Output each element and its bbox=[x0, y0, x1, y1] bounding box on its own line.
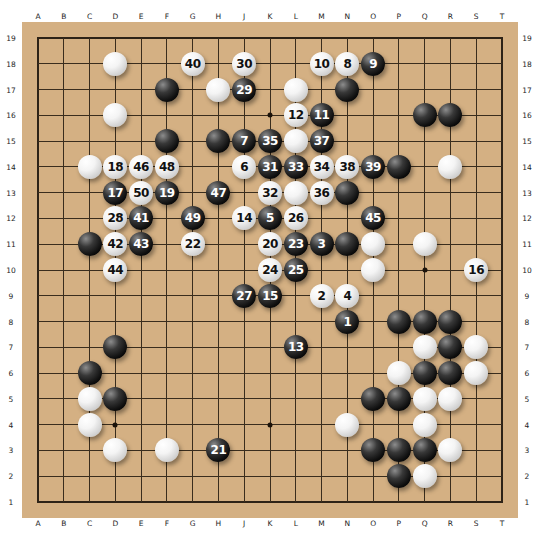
stone-move-number: 29 bbox=[236, 84, 252, 96]
star-point-D4 bbox=[113, 422, 118, 427]
row-label-right-15: 15 bbox=[522, 137, 532, 146]
row-label-left-9: 9 bbox=[9, 291, 14, 300]
star-point-K16 bbox=[268, 113, 273, 118]
grid-line-vertical bbox=[398, 38, 399, 502]
stone-G12[interactable]: 49 bbox=[181, 206, 205, 230]
stone-move-number: 33 bbox=[288, 161, 304, 173]
go-board[interactable]: 4030108929121173537184648631333438391750… bbox=[22, 22, 518, 518]
stone-move-number: 45 bbox=[365, 212, 381, 224]
stone-move-number: 32 bbox=[262, 187, 278, 199]
row-label-right-8: 8 bbox=[525, 317, 530, 326]
stone-O5[interactable] bbox=[361, 387, 385, 411]
row-label-right-7: 7 bbox=[525, 343, 530, 352]
col-label-bottom-Q: Q bbox=[422, 519, 428, 528]
stone-D10[interactable]: 44 bbox=[103, 258, 127, 282]
stone-R6[interactable] bbox=[438, 361, 462, 385]
stone-Q5[interactable] bbox=[413, 387, 437, 411]
stone-R3[interactable] bbox=[438, 438, 462, 462]
row-label-left-1: 1 bbox=[9, 498, 14, 507]
stone-N13[interactable] bbox=[335, 181, 359, 205]
stone-D11[interactable]: 42 bbox=[103, 232, 127, 256]
stone-M13[interactable]: 36 bbox=[310, 181, 334, 205]
stone-move-number: 22 bbox=[185, 238, 201, 250]
stone-D3[interactable] bbox=[103, 438, 127, 462]
row-label-left-2: 2 bbox=[9, 472, 14, 481]
row-label-left-18: 18 bbox=[6, 59, 16, 68]
row-label-left-5: 5 bbox=[9, 394, 14, 403]
stone-H13[interactable]: 47 bbox=[206, 181, 230, 205]
stone-R14[interactable] bbox=[438, 155, 462, 179]
row-label-left-16: 16 bbox=[6, 111, 16, 120]
stone-P2[interactable] bbox=[387, 464, 411, 488]
stone-O12[interactable]: 45 bbox=[361, 206, 385, 230]
stone-E14[interactable]: 46 bbox=[129, 155, 153, 179]
stone-L11[interactable]: 23 bbox=[284, 232, 308, 256]
row-label-right-14: 14 bbox=[522, 162, 532, 171]
row-label-left-4: 4 bbox=[9, 420, 14, 429]
stone-C6[interactable] bbox=[78, 361, 102, 385]
stone-L12[interactable]: 26 bbox=[284, 206, 308, 230]
stone-L17[interactable] bbox=[284, 78, 308, 102]
stone-move-number: 50 bbox=[133, 187, 149, 199]
row-label-right-13: 13 bbox=[522, 188, 532, 197]
star-point-K4 bbox=[268, 422, 273, 427]
stone-D13[interactable]: 17 bbox=[103, 181, 127, 205]
stone-move-number: 7 bbox=[240, 135, 248, 147]
stone-move-number: 48 bbox=[159, 161, 175, 173]
stone-P8[interactable] bbox=[387, 310, 411, 334]
row-label-left-8: 8 bbox=[9, 317, 14, 326]
stone-F17[interactable] bbox=[155, 78, 179, 102]
col-label-bottom-L: L bbox=[294, 519, 298, 528]
col-label-top-C: C bbox=[87, 12, 92, 21]
stone-D16[interactable] bbox=[103, 103, 127, 127]
col-label-bottom-F: F bbox=[165, 519, 169, 528]
col-label-bottom-T: T bbox=[500, 519, 505, 528]
stone-J18[interactable]: 30 bbox=[232, 52, 256, 76]
stone-move-number: 6 bbox=[240, 161, 248, 173]
stone-F13[interactable]: 19 bbox=[155, 181, 179, 205]
stone-K15[interactable]: 35 bbox=[258, 129, 282, 153]
stone-move-number: 14 bbox=[236, 212, 252, 224]
stone-move-number: 10 bbox=[314, 58, 330, 70]
stone-move-number: 40 bbox=[185, 58, 201, 70]
col-label-bottom-A: A bbox=[35, 519, 40, 528]
col-label-bottom-E: E bbox=[139, 519, 144, 528]
stone-H3[interactable]: 21 bbox=[206, 438, 230, 462]
stone-O10[interactable] bbox=[361, 258, 385, 282]
row-label-right-1: 1 bbox=[525, 498, 530, 507]
col-label-top-L: L bbox=[294, 12, 298, 21]
row-label-right-16: 16 bbox=[522, 111, 532, 120]
row-label-left-19: 19 bbox=[6, 34, 16, 43]
stone-O11[interactable] bbox=[361, 232, 385, 256]
col-label-top-Q: Q bbox=[422, 12, 428, 21]
col-label-top-O: O bbox=[370, 12, 376, 21]
row-label-right-17: 17 bbox=[522, 85, 532, 94]
stone-move-number: 36 bbox=[314, 187, 330, 199]
row-label-right-10: 10 bbox=[522, 266, 532, 275]
stone-O14[interactable]: 39 bbox=[361, 155, 385, 179]
stone-L7[interactable]: 13 bbox=[284, 335, 308, 359]
stone-O18[interactable]: 9 bbox=[361, 52, 385, 76]
stone-move-number: 3 bbox=[318, 238, 326, 250]
col-label-bottom-J: J bbox=[243, 519, 245, 528]
stone-M16[interactable]: 11 bbox=[310, 103, 334, 127]
col-label-bottom-B: B bbox=[61, 519, 66, 528]
stone-C5[interactable] bbox=[78, 387, 102, 411]
stone-R5[interactable] bbox=[438, 387, 462, 411]
stone-C4[interactable] bbox=[78, 413, 102, 437]
col-label-bottom-N: N bbox=[345, 519, 351, 528]
col-label-bottom-S: S bbox=[474, 519, 479, 528]
stone-move-number: 27 bbox=[236, 290, 252, 302]
stone-L13[interactable] bbox=[284, 181, 308, 205]
stone-move-number: 8 bbox=[343, 58, 351, 70]
stone-move-number: 42 bbox=[107, 238, 123, 250]
stone-move-number: 20 bbox=[262, 238, 278, 250]
stone-M11[interactable]: 3 bbox=[310, 232, 334, 256]
stone-E13[interactable]: 50 bbox=[129, 181, 153, 205]
stone-L14[interactable]: 33 bbox=[284, 155, 308, 179]
col-label-top-T: T bbox=[500, 12, 505, 21]
row-label-left-15: 15 bbox=[6, 137, 16, 146]
stone-move-number: 39 bbox=[365, 161, 381, 173]
col-label-top-R: R bbox=[448, 12, 453, 21]
col-label-top-H: H bbox=[216, 12, 222, 21]
stone-move-number: 25 bbox=[288, 264, 304, 276]
row-label-right-18: 18 bbox=[522, 59, 532, 68]
stone-G18[interactable]: 40 bbox=[181, 52, 205, 76]
col-label-top-S: S bbox=[474, 12, 479, 21]
stone-move-number: 2 bbox=[318, 290, 326, 302]
stone-move-number: 28 bbox=[107, 212, 123, 224]
col-label-bottom-G: G bbox=[190, 519, 196, 528]
col-label-bottom-K: K bbox=[268, 519, 273, 528]
col-label-top-N: N bbox=[345, 12, 351, 21]
stone-Q2[interactable] bbox=[413, 464, 437, 488]
stone-C11[interactable] bbox=[78, 232, 102, 256]
stone-E11[interactable]: 43 bbox=[129, 232, 153, 256]
star-point-Q10 bbox=[422, 268, 427, 273]
stone-move-number: 17 bbox=[107, 187, 123, 199]
stone-C14[interactable] bbox=[78, 155, 102, 179]
stone-K11[interactable]: 20 bbox=[258, 232, 282, 256]
stone-N14[interactable]: 38 bbox=[335, 155, 359, 179]
stone-M15[interactable]: 37 bbox=[310, 129, 334, 153]
stone-K9[interactable]: 15 bbox=[258, 284, 282, 308]
stone-L10[interactable]: 25 bbox=[284, 258, 308, 282]
row-label-left-6: 6 bbox=[9, 369, 14, 378]
row-label-right-4: 4 bbox=[525, 420, 530, 429]
stone-J14[interactable]: 6 bbox=[232, 155, 256, 179]
row-label-right-9: 9 bbox=[525, 291, 530, 300]
stone-move-number: 15 bbox=[262, 290, 278, 302]
stone-move-number: 49 bbox=[185, 212, 201, 224]
stone-D18[interactable] bbox=[103, 52, 127, 76]
stone-D12[interactable]: 28 bbox=[103, 206, 127, 230]
stone-K10[interactable]: 24 bbox=[258, 258, 282, 282]
col-label-bottom-C: C bbox=[87, 519, 92, 528]
stone-Q16[interactable] bbox=[413, 103, 437, 127]
stone-move-number: 26 bbox=[288, 212, 304, 224]
stone-P14[interactable] bbox=[387, 155, 411, 179]
stone-move-number: 18 bbox=[107, 161, 123, 173]
stone-N4[interactable] bbox=[335, 413, 359, 437]
col-label-top-G: G bbox=[190, 12, 196, 21]
stone-move-number: 30 bbox=[236, 58, 252, 70]
row-label-left-13: 13 bbox=[6, 188, 16, 197]
stone-D14[interactable]: 18 bbox=[103, 155, 127, 179]
stone-P5[interactable] bbox=[387, 387, 411, 411]
row-label-left-7: 7 bbox=[9, 343, 14, 352]
stone-J17[interactable]: 29 bbox=[232, 78, 256, 102]
stone-D5[interactable] bbox=[103, 387, 127, 411]
row-label-right-5: 5 bbox=[525, 394, 530, 403]
stone-M9[interactable]: 2 bbox=[310, 284, 334, 308]
stone-N18[interactable]: 8 bbox=[335, 52, 359, 76]
row-label-left-11: 11 bbox=[6, 240, 16, 249]
stone-move-number: 43 bbox=[133, 238, 149, 250]
stone-H15[interactable] bbox=[206, 129, 230, 153]
col-label-bottom-H: H bbox=[216, 519, 222, 528]
stone-P3[interactable] bbox=[387, 438, 411, 462]
col-label-bottom-P: P bbox=[397, 519, 402, 528]
stone-Q7[interactable] bbox=[413, 335, 437, 359]
stone-K12[interactable]: 5 bbox=[258, 206, 282, 230]
stone-move-number: 11 bbox=[314, 109, 330, 121]
stone-move-number: 13 bbox=[288, 341, 304, 353]
stone-N8[interactable]: 1 bbox=[335, 310, 359, 334]
go-diagram-page: 4030108929121173537184648631333438391750… bbox=[0, 0, 540, 540]
stone-O3[interactable] bbox=[361, 438, 385, 462]
stone-H17[interactable] bbox=[206, 78, 230, 102]
stone-K14[interactable]: 31 bbox=[258, 155, 282, 179]
stone-move-number: 41 bbox=[133, 212, 149, 224]
stone-move-number: 47 bbox=[211, 187, 227, 199]
stone-J12[interactable]: 14 bbox=[232, 206, 256, 230]
stone-move-number: 24 bbox=[262, 264, 278, 276]
stone-L15[interactable] bbox=[284, 129, 308, 153]
col-label-top-F: F bbox=[165, 12, 169, 21]
stone-N9[interactable]: 4 bbox=[335, 284, 359, 308]
col-label-bottom-R: R bbox=[448, 519, 453, 528]
row-label-left-17: 17 bbox=[6, 85, 16, 94]
row-label-left-3: 3 bbox=[9, 446, 14, 455]
row-label-left-12: 12 bbox=[6, 214, 16, 223]
col-label-top-P: P bbox=[397, 12, 402, 21]
stone-N17[interactable] bbox=[335, 78, 359, 102]
stone-move-number: 38 bbox=[339, 161, 355, 173]
stone-move-number: 46 bbox=[133, 161, 149, 173]
stone-move-number: 9 bbox=[369, 58, 377, 70]
stone-move-number: 12 bbox=[288, 109, 304, 121]
row-label-right-6: 6 bbox=[525, 369, 530, 378]
col-label-top-B: B bbox=[61, 12, 66, 21]
stone-Q6[interactable] bbox=[413, 361, 437, 385]
stone-move-number: 4 bbox=[343, 290, 351, 302]
stone-D7[interactable] bbox=[103, 335, 127, 359]
row-label-right-12: 12 bbox=[522, 214, 532, 223]
stone-M18[interactable]: 10 bbox=[310, 52, 334, 76]
stone-move-number: 31 bbox=[262, 161, 278, 173]
col-label-bottom-D: D bbox=[112, 519, 118, 528]
col-label-top-K: K bbox=[268, 12, 273, 21]
stone-move-number: 23 bbox=[288, 238, 304, 250]
row-label-right-11: 11 bbox=[522, 240, 532, 249]
stone-move-number: 35 bbox=[262, 135, 278, 147]
row-label-left-14: 14 bbox=[6, 162, 16, 171]
stone-J15[interactable]: 7 bbox=[232, 129, 256, 153]
stone-move-number: 34 bbox=[314, 161, 330, 173]
stone-M14[interactable]: 34 bbox=[310, 155, 334, 179]
stone-S6[interactable] bbox=[464, 361, 488, 385]
col-label-bottom-M: M bbox=[318, 519, 324, 528]
row-label-right-3: 3 bbox=[525, 446, 530, 455]
stone-Q11[interactable] bbox=[413, 232, 437, 256]
stone-F14[interactable]: 48 bbox=[155, 155, 179, 179]
stone-G11[interactable]: 22 bbox=[181, 232, 205, 256]
stone-move-number: 44 bbox=[107, 264, 123, 276]
stone-Q4[interactable] bbox=[413, 413, 437, 437]
col-label-top-E: E bbox=[139, 12, 144, 21]
stone-Q3[interactable] bbox=[413, 438, 437, 462]
stone-J9[interactable]: 27 bbox=[232, 284, 256, 308]
stone-L16[interactable]: 12 bbox=[284, 103, 308, 127]
stone-move-number: 16 bbox=[468, 264, 484, 276]
stone-F15[interactable] bbox=[155, 129, 179, 153]
stone-move-number: 21 bbox=[211, 444, 227, 456]
stone-P6[interactable] bbox=[387, 361, 411, 385]
stone-R16[interactable] bbox=[438, 103, 462, 127]
stone-S7[interactable] bbox=[464, 335, 488, 359]
stone-move-number: 5 bbox=[266, 212, 274, 224]
stone-S10[interactable]: 16 bbox=[464, 258, 488, 282]
stone-F3[interactable] bbox=[155, 438, 179, 462]
row-label-right-2: 2 bbox=[525, 472, 530, 481]
stone-move-number: 37 bbox=[314, 135, 330, 147]
stone-Q8[interactable] bbox=[413, 310, 437, 334]
col-label-top-J: J bbox=[243, 12, 245, 21]
stone-R7[interactable] bbox=[438, 335, 462, 359]
stone-K13[interactable]: 32 bbox=[258, 181, 282, 205]
stone-move-number: 19 bbox=[159, 187, 175, 199]
stone-move-number: 1 bbox=[343, 316, 351, 328]
stone-N11[interactable] bbox=[335, 232, 359, 256]
stone-E12[interactable]: 41 bbox=[129, 206, 153, 230]
stone-R8[interactable] bbox=[438, 310, 462, 334]
row-label-right-19: 19 bbox=[522, 34, 532, 43]
col-label-top-D: D bbox=[112, 12, 118, 21]
col-label-bottom-O: O bbox=[370, 519, 376, 528]
col-label-top-M: M bbox=[318, 12, 324, 21]
col-label-top-A: A bbox=[35, 12, 40, 21]
row-label-left-10: 10 bbox=[6, 266, 16, 275]
